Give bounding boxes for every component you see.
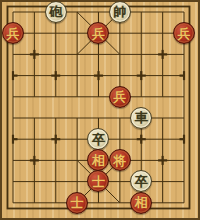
red-advisor-piece[interactable]: 士 [66, 192, 88, 214]
white-general-piece[interactable]: 帥 [109, 1, 131, 23]
white-soldier-piece[interactable]: 卒 [130, 170, 152, 192]
white-soldier-piece[interactable]: 卒 [87, 128, 109, 150]
white-cannon-piece[interactable]: 砲 [45, 1, 67, 23]
red-advisor-piece[interactable]: 士 [87, 170, 109, 192]
xiangqi-board: 砲帥兵兵兵兵車卒相将士卒士相 [0, 0, 200, 220]
red-soldier-piece[interactable]: 兵 [2, 22, 24, 44]
red-soldier-piece[interactable]: 兵 [87, 22, 109, 44]
board-grid[interactable]: 砲帥兵兵兵兵車卒相将士卒士相 [2, 1, 194, 213]
red-soldier-piece[interactable]: 兵 [173, 22, 195, 44]
red-soldier-piece[interactable]: 兵 [109, 86, 131, 108]
red-elephant-piece[interactable]: 相 [130, 192, 152, 214]
white-chariot-piece[interactable]: 車 [130, 107, 152, 129]
red-elephant-piece[interactable]: 相 [87, 149, 109, 171]
red-general-piece[interactable]: 将 [109, 149, 131, 171]
